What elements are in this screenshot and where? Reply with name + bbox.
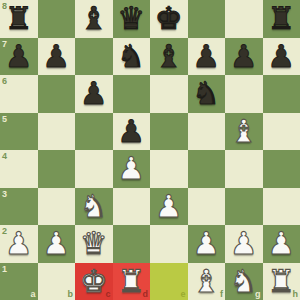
piece-black-pawn[interactable]: ♟ [38, 38, 76, 76]
square-c3[interactable]: ♞ [75, 188, 113, 226]
square-g1[interactable]: g♞ [225, 263, 263, 300]
square-a1[interactable]: 1a [0, 263, 38, 300]
square-c5[interactable] [75, 113, 113, 151]
square-a7[interactable]: 7♟ [0, 38, 38, 76]
square-f4[interactable] [188, 150, 226, 188]
piece-black-king[interactable]: ♚ [150, 0, 188, 38]
square-b3[interactable] [38, 188, 76, 226]
square-a8[interactable]: 8♜ [0, 0, 38, 38]
piece-white-knight[interactable]: ♞ [75, 188, 113, 226]
square-h2[interactable]: ♟ [263, 225, 301, 263]
piece-white-pawn[interactable]: ♟ [225, 225, 263, 263]
square-e8[interactable]: ♚ [150, 0, 188, 38]
file-label-e: e [180, 289, 185, 299]
piece-white-pawn[interactable]: ♟ [188, 225, 226, 263]
square-g8[interactable] [225, 0, 263, 38]
piece-black-pawn[interactable]: ♟ [263, 38, 301, 76]
piece-white-pawn[interactable]: ♟ [38, 225, 76, 263]
piece-white-pawn[interactable]: ♟ [150, 188, 188, 226]
rank-label-5: 5 [2, 114, 7, 124]
square-d3[interactable] [113, 188, 151, 226]
square-a3[interactable]: 3 [0, 188, 38, 226]
piece-white-pawn[interactable]: ♟ [263, 225, 301, 263]
square-b2[interactable]: ♟ [38, 225, 76, 263]
rank-label-4: 4 [2, 151, 7, 161]
square-g3[interactable] [225, 188, 263, 226]
square-a2[interactable]: 2♟ [0, 225, 38, 263]
piece-black-rook[interactable]: ♜ [263, 0, 301, 38]
square-d6[interactable] [113, 75, 151, 113]
square-b6[interactable] [38, 75, 76, 113]
square-c4[interactable] [75, 150, 113, 188]
square-g4[interactable] [225, 150, 263, 188]
square-d2[interactable] [113, 225, 151, 263]
square-f2[interactable]: ♟ [188, 225, 226, 263]
square-e5[interactable] [150, 113, 188, 151]
piece-black-knight[interactable]: ♞ [113, 38, 151, 76]
piece-black-bishop[interactable]: ♝ [75, 0, 113, 38]
piece-white-pawn[interactable]: ♟ [0, 225, 38, 263]
square-d8[interactable]: ♛ [113, 0, 151, 38]
piece-white-bishop[interactable]: ♝ [225, 113, 263, 151]
piece-white-queen[interactable]: ♛ [75, 225, 113, 263]
square-h3[interactable] [263, 188, 301, 226]
square-a4[interactable]: 4 [0, 150, 38, 188]
square-c1[interactable]: c♚ [75, 263, 113, 300]
square-f7[interactable]: ♟ [188, 38, 226, 76]
square-g5[interactable]: ♝ [225, 113, 263, 151]
square-e2[interactable] [150, 225, 188, 263]
square-b5[interactable] [38, 113, 76, 151]
square-b8[interactable] [38, 0, 76, 38]
piece-white-rook[interactable]: ♜ [113, 263, 151, 300]
file-label-b: b [68, 289, 74, 299]
square-b7[interactable]: ♟ [38, 38, 76, 76]
square-f1[interactable]: f♝ [188, 263, 226, 300]
piece-black-pawn[interactable]: ♟ [113, 113, 151, 151]
piece-white-king[interactable]: ♚ [75, 263, 113, 300]
square-a6[interactable]: 6 [0, 75, 38, 113]
square-e1[interactable]: e [150, 263, 188, 300]
piece-black-knight[interactable]: ♞ [188, 75, 226, 113]
square-f5[interactable] [188, 113, 226, 151]
square-f8[interactable] [188, 0, 226, 38]
piece-white-knight[interactable]: ♞ [225, 263, 263, 300]
square-b1[interactable]: b [38, 263, 76, 300]
square-h1[interactable]: h♜ [263, 263, 301, 300]
square-e3[interactable]: ♟ [150, 188, 188, 226]
piece-black-queen[interactable]: ♛ [113, 0, 151, 38]
square-g2[interactable]: ♟ [225, 225, 263, 263]
square-h8[interactable]: ♜ [263, 0, 301, 38]
square-c2[interactable]: ♛ [75, 225, 113, 263]
square-b4[interactable] [38, 150, 76, 188]
piece-black-bishop[interactable]: ♝ [150, 38, 188, 76]
piece-black-pawn[interactable]: ♟ [225, 38, 263, 76]
piece-black-pawn[interactable]: ♟ [75, 75, 113, 113]
square-h6[interactable] [263, 75, 301, 113]
square-a5[interactable]: 5 [0, 113, 38, 151]
piece-white-bishop[interactable]: ♝ [188, 263, 226, 300]
square-d7[interactable]: ♞ [113, 38, 151, 76]
piece-black-pawn[interactable]: ♟ [0, 38, 38, 76]
square-e7[interactable]: ♝ [150, 38, 188, 76]
square-h7[interactable]: ♟ [263, 38, 301, 76]
square-c7[interactable] [75, 38, 113, 76]
square-d5[interactable]: ♟ [113, 113, 151, 151]
chess-board: 8♜♝♛♚♜7♟♟♞♝♟♟♟6♟♞5♟♝4♟3♞♟2♟♟♛♟♟♟1abc♚d♜e… [0, 0, 300, 300]
square-e6[interactable] [150, 75, 188, 113]
square-c6[interactable]: ♟ [75, 75, 113, 113]
piece-white-pawn[interactable]: ♟ [113, 150, 151, 188]
square-f3[interactable] [188, 188, 226, 226]
piece-black-pawn[interactable]: ♟ [188, 38, 226, 76]
rank-label-1: 1 [2, 264, 7, 274]
piece-black-rook[interactable]: ♜ [0, 0, 38, 38]
square-h4[interactable] [263, 150, 301, 188]
file-label-a: a [30, 289, 35, 299]
square-e4[interactable] [150, 150, 188, 188]
square-d4[interactable]: ♟ [113, 150, 151, 188]
piece-white-rook[interactable]: ♜ [263, 263, 301, 300]
square-d1[interactable]: d♜ [113, 263, 151, 300]
rank-label-6: 6 [2, 76, 7, 86]
square-f6[interactable]: ♞ [188, 75, 226, 113]
square-g7[interactable]: ♟ [225, 38, 263, 76]
square-c8[interactable]: ♝ [75, 0, 113, 38]
square-h5[interactable] [263, 113, 301, 151]
square-g6[interactable] [225, 75, 263, 113]
rank-label-3: 3 [2, 189, 7, 199]
